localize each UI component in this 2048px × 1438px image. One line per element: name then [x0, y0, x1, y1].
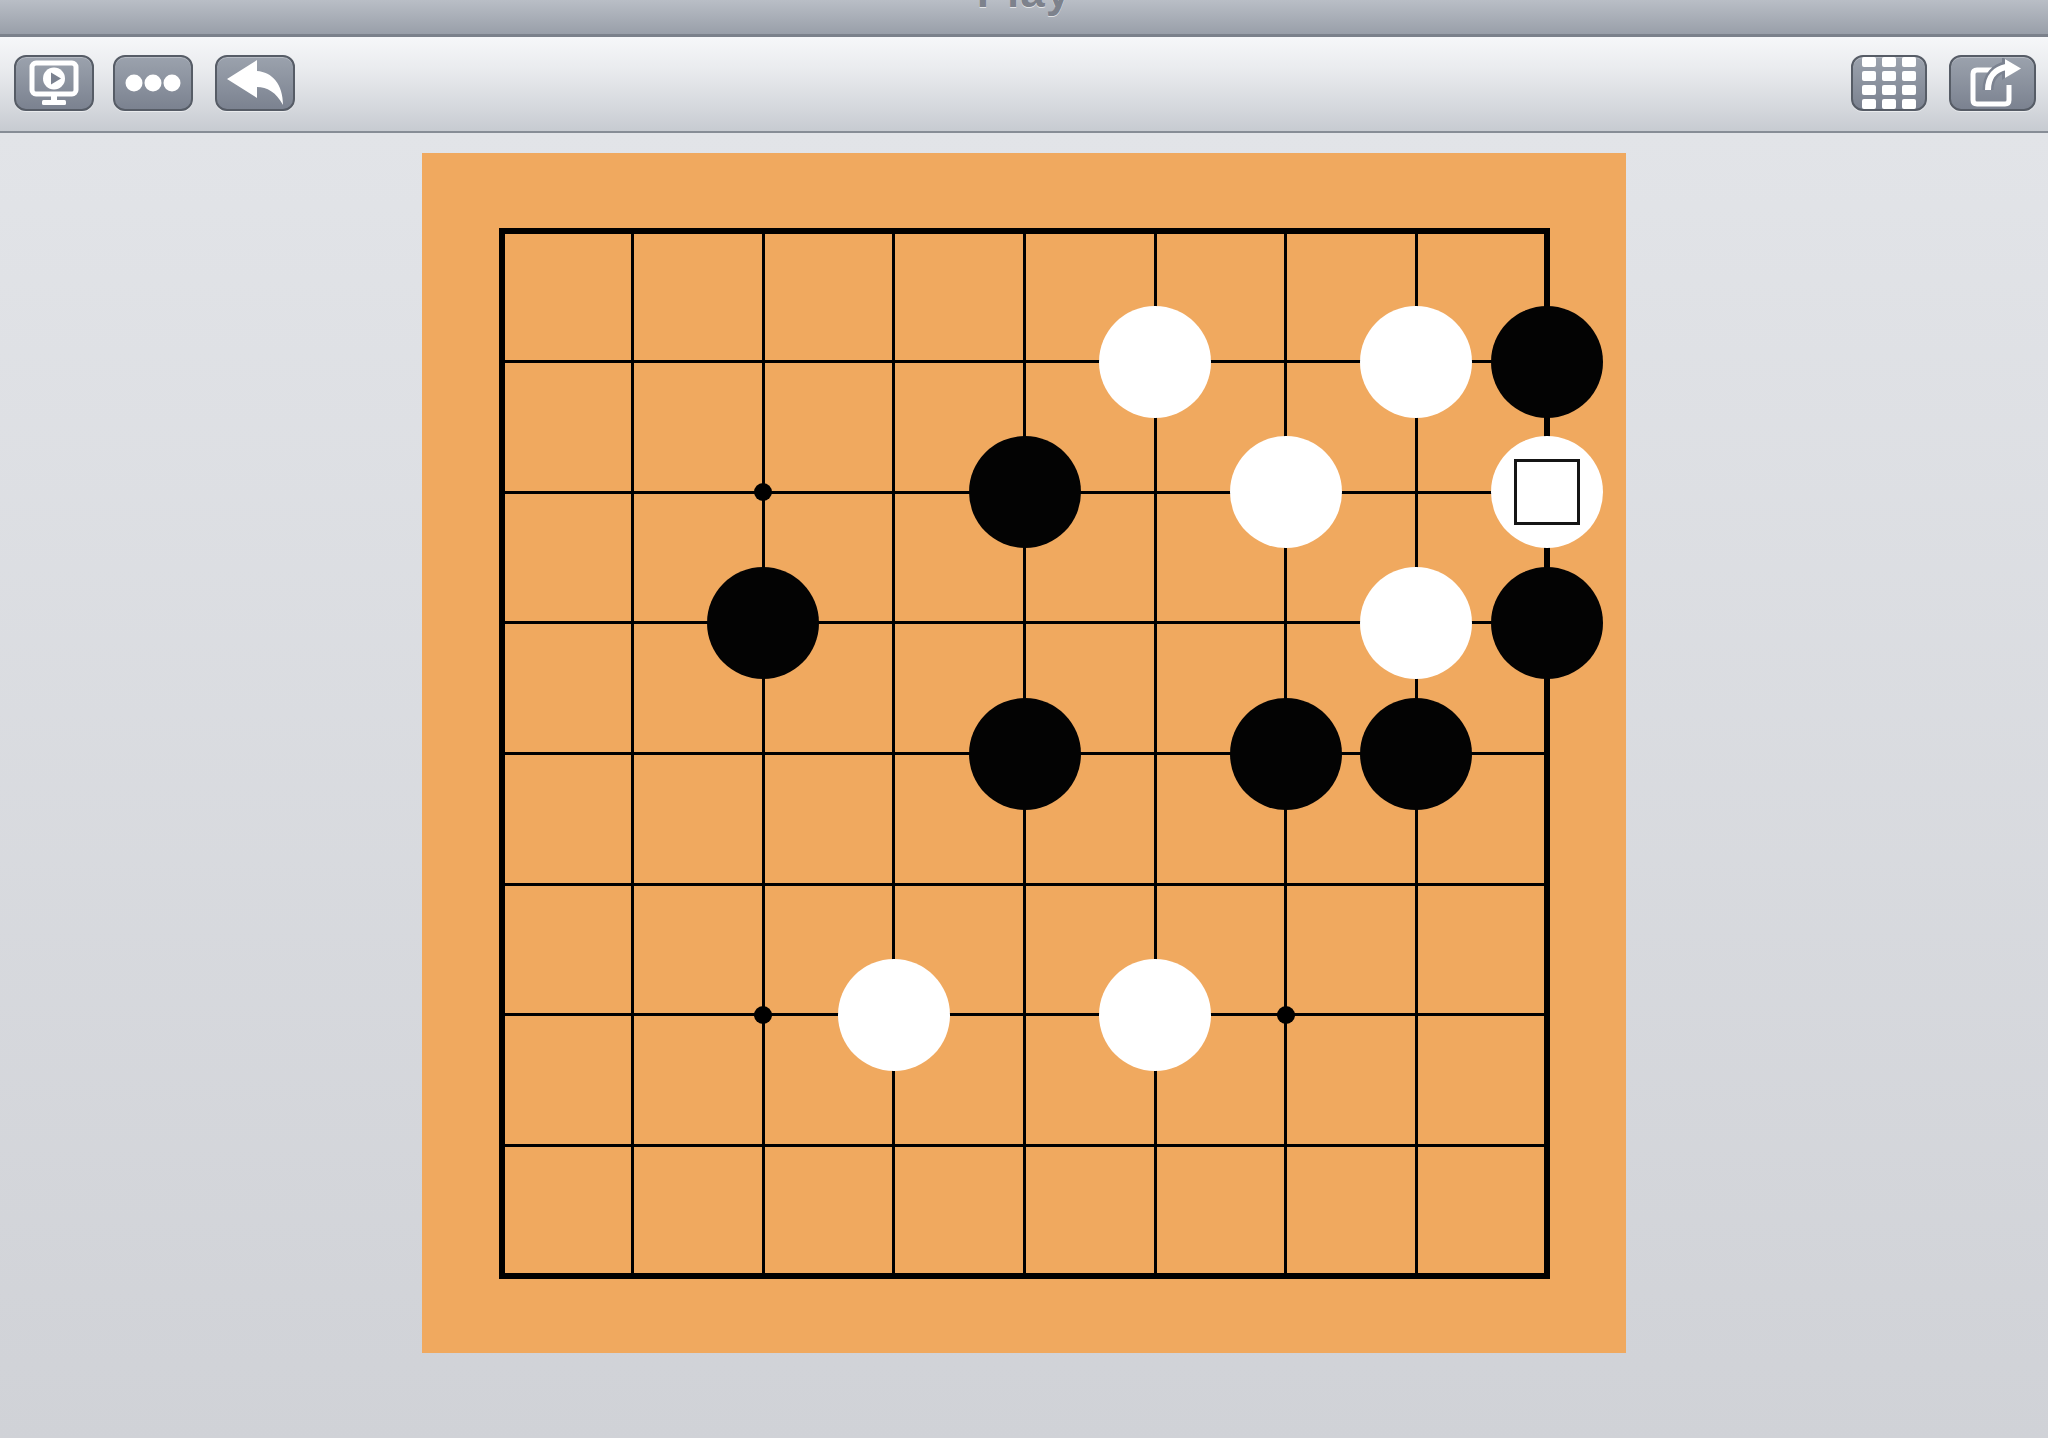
- stone-J8: [1491, 306, 1603, 418]
- share-icon: [1964, 58, 2022, 108]
- share-button[interactable]: [1949, 55, 2036, 111]
- screen: Play: [0, 0, 2048, 1438]
- stone-F8: [1099, 306, 1211, 418]
- stone-F3: [1099, 959, 1211, 1071]
- demo-play-button[interactable]: [14, 55, 94, 111]
- page-title: Play: [0, 0, 2048, 16]
- toolbar: [0, 37, 2048, 133]
- grid-view-button[interactable]: [1851, 55, 1927, 111]
- monitor-play-icon: [29, 60, 79, 106]
- star-point: [754, 1006, 772, 1024]
- undo-back-button[interactable]: [215, 55, 295, 111]
- back-arrow-icon: [225, 59, 285, 107]
- last-move-marker: [1514, 459, 1580, 525]
- grid-icon: [1862, 57, 1916, 109]
- stone-J7: [1491, 436, 1603, 548]
- grid-line: [502, 1144, 1547, 1147]
- ellipsis-icon: [125, 74, 181, 92]
- stone-H5: [1360, 698, 1472, 810]
- star-point: [1277, 1006, 1295, 1024]
- stone-E5: [969, 698, 1081, 810]
- stone-G7: [1230, 436, 1342, 548]
- navigation-bar: Play: [0, 0, 2048, 37]
- grid-line: [502, 883, 1547, 886]
- stone-D3: [838, 959, 950, 1071]
- grid-line: [502, 1013, 1547, 1016]
- more-options-button[interactable]: [113, 55, 193, 111]
- stone-J6: [1491, 567, 1603, 679]
- stone-E7: [969, 436, 1081, 548]
- content-area: [0, 133, 2048, 1438]
- go-board[interactable]: [422, 153, 1626, 1353]
- stone-H8: [1360, 306, 1472, 418]
- stone-H6: [1360, 567, 1472, 679]
- stone-C6: [707, 567, 819, 679]
- stone-G5: [1230, 698, 1342, 810]
- board-grid: [502, 231, 1547, 1276]
